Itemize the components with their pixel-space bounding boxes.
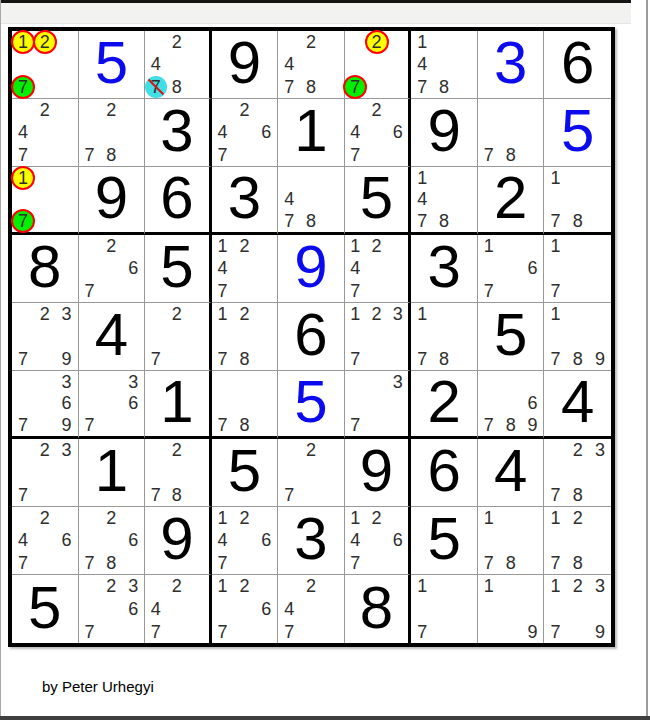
pencil-slot-9: 9 xyxy=(56,348,78,370)
pencil-slot-6: 6 xyxy=(122,393,144,415)
pencil-slot-3 xyxy=(322,575,344,598)
candidate-4: 4 xyxy=(18,531,28,549)
pencil-slot-5 xyxy=(433,53,455,75)
candidate-2: 2 xyxy=(306,441,316,459)
pencil-slot-8: 8 xyxy=(500,414,522,436)
candidate-4: 4 xyxy=(284,55,294,73)
pencil-slot-5 xyxy=(567,461,589,483)
cell-r8c6[interactable]: 12467 xyxy=(345,507,412,575)
cell-r2c4[interactable]: 2467 xyxy=(212,99,279,167)
cell-r5c6[interactable]: 1237 xyxy=(345,303,412,371)
pencil-slot-7: 7 xyxy=(212,144,234,166)
cell-r8c2[interactable]: 2678 xyxy=(79,507,146,575)
cell-r5c2[interactable]: 4 xyxy=(79,303,146,371)
pencil-slot-6: 6 xyxy=(122,257,144,279)
pencil-marks: 27 xyxy=(278,439,344,506)
pencil-slot-3 xyxy=(255,507,277,529)
cell-r5c9[interactable]: 1789 xyxy=(544,303,611,371)
pencil-slot-1: 1 xyxy=(411,167,433,189)
pencil-slot-2: 2 xyxy=(100,99,122,121)
pencil-slot-4 xyxy=(478,121,500,143)
pencil-slot-8: 8 xyxy=(100,552,122,574)
cell-r1c7[interactable]: 1478 xyxy=(411,31,478,99)
pencil-slot-6 xyxy=(387,325,408,347)
pencil-slot-1 xyxy=(212,99,234,121)
pencil-slot-3 xyxy=(56,31,78,53)
pencil-slot-2 xyxy=(433,167,455,189)
pencil-slot-8 xyxy=(34,210,56,232)
candidate-7: 7 xyxy=(551,212,561,230)
pencil-marks: 1247 xyxy=(345,235,409,302)
pencil-slot-2 xyxy=(34,167,56,189)
pencil-slot-7: 7 xyxy=(544,210,566,232)
pencil-slot-2 xyxy=(433,303,455,325)
pencil-slot-7: 7 xyxy=(478,280,500,302)
pencil-slot-4: 4 xyxy=(411,189,433,211)
pencil-slot-9 xyxy=(522,280,544,302)
cell-r3c1[interactable]: 17 xyxy=(12,167,79,235)
cell-r6c3[interactable]: 1 xyxy=(145,371,212,439)
candidate-1: 1 xyxy=(218,577,228,595)
cell-r2c1[interactable]: 247 xyxy=(12,99,79,167)
pencil-slot-4: 4 xyxy=(278,598,300,621)
pencil-slot-7: 7 xyxy=(411,76,433,98)
candidate-1: 1 xyxy=(551,169,561,187)
pencil-slot-5 xyxy=(166,53,187,75)
cell-r6c7[interactable]: 2 xyxy=(411,371,478,439)
cell-r3c3[interactable]: 6 xyxy=(145,167,212,235)
pencil-slot-8: 8 xyxy=(234,414,256,436)
pencil-slot-1: 1 xyxy=(212,507,234,529)
pencil-slot-2: 2 xyxy=(366,303,387,325)
cell-r6c5[interactable]: 5 xyxy=(278,371,345,439)
pencil-slot-9: 9 xyxy=(589,348,611,370)
candidate-2: 2 xyxy=(40,101,50,119)
pencil-slot-1: 1 xyxy=(544,303,566,325)
given-digit: 9 xyxy=(212,31,278,98)
pencil-slot-3 xyxy=(455,303,477,325)
cell-r1c1[interactable]: 127 xyxy=(12,31,79,99)
pencil-marks: 2467 xyxy=(12,507,78,574)
solved-digit: 5 xyxy=(79,31,145,98)
pencil-slot-5 xyxy=(500,393,522,415)
cell-r2c7[interactable]: 9 xyxy=(411,99,478,167)
pencil-slot-8: 8 xyxy=(433,210,455,232)
pencil-slot-9 xyxy=(255,144,277,166)
cell-r3c2[interactable]: 9 xyxy=(79,167,146,235)
given-digit: 9 xyxy=(345,439,409,506)
pencil-slot-4: 4 xyxy=(345,121,366,143)
given-digit: 2 xyxy=(478,167,544,232)
pencil-slot-2 xyxy=(500,575,522,598)
pencil-slot-5 xyxy=(500,121,522,143)
cell-r4c9[interactable]: 17 xyxy=(544,235,611,303)
pencil-slot-6 xyxy=(522,529,544,551)
candidate-2: 2 xyxy=(106,101,116,119)
candidate-2: 2 xyxy=(172,305,182,323)
pencil-marks: 27 xyxy=(345,31,409,98)
given-digit: 9 xyxy=(79,167,145,232)
pencil-slot-5 xyxy=(100,257,122,279)
pencil-slot-8 xyxy=(34,484,56,506)
pencil-slot-1 xyxy=(79,371,101,393)
pencil-slot-3 xyxy=(255,99,277,121)
solved-digit: 3 xyxy=(478,31,544,98)
pencil-slot-7: 7 xyxy=(411,620,433,643)
pencil-slot-8 xyxy=(366,76,387,98)
pencil-slot-8 xyxy=(34,414,56,436)
pencil-slot-6 xyxy=(56,325,78,347)
cell-r7c1[interactable]: 237 xyxy=(12,439,79,507)
pencil-slot-1: 1 xyxy=(411,575,433,598)
pencil-slot-6 xyxy=(322,598,344,621)
cell-r7c9[interactable]: 2378 xyxy=(544,439,611,507)
candidate-4: 4 xyxy=(151,55,161,73)
candidate-1: 1 xyxy=(417,33,427,51)
pencil-marks: 2478 xyxy=(145,31,209,98)
pencil-slot-8: 8 xyxy=(500,552,522,574)
pencil-slot-4 xyxy=(544,529,566,551)
pencil-slot-4 xyxy=(478,598,500,621)
pencil-slot-2 xyxy=(300,167,322,189)
cell-r1c2[interactable]: 5 xyxy=(79,31,146,99)
cell-r4c5[interactable]: 9 xyxy=(278,235,345,303)
pencil-slot-1: 1 xyxy=(544,167,566,189)
cell-r4c6[interactable]: 1247 xyxy=(345,235,412,303)
candidate-7: 7 xyxy=(484,554,494,572)
pencil-slot-4 xyxy=(212,393,234,415)
cell-r1c4[interactable]: 9 xyxy=(212,31,279,99)
candidate-2: 2 xyxy=(573,577,583,595)
cell-r9c2[interactable]: 2367 xyxy=(79,575,146,643)
cell-r7c4[interactable]: 5 xyxy=(212,439,279,507)
pencil-slot-2: 2 xyxy=(234,235,256,257)
candidate-6: 6 xyxy=(261,600,271,618)
cell-r2c9[interactable]: 5 xyxy=(544,99,611,167)
cell-r6c9[interactable]: 4 xyxy=(544,371,611,439)
pencil-slot-3 xyxy=(387,507,408,529)
pencil-slot-9 xyxy=(255,348,277,370)
pencil-slot-5 xyxy=(433,325,455,347)
candidate-7: 7 xyxy=(151,623,161,641)
given-digit: 6 xyxy=(544,31,611,98)
cell-r2c8[interactable]: 78 xyxy=(478,99,545,167)
candidate-9: 9 xyxy=(527,416,537,434)
pencil-slot-6 xyxy=(187,325,208,347)
given-digit: 6 xyxy=(411,439,477,506)
pencil-slot-6 xyxy=(322,53,344,75)
candidate-7: 7 xyxy=(18,416,28,434)
pencil-slot-6 xyxy=(455,53,477,75)
pencil-slot-8 xyxy=(234,552,256,574)
pencil-slot-7 xyxy=(478,620,500,643)
cell-r7c5[interactable]: 27 xyxy=(278,439,345,507)
pencil-slot-8 xyxy=(166,620,187,643)
cell-r3c7[interactable]: 1478 xyxy=(411,167,478,235)
candidate-6: 6 xyxy=(62,531,72,549)
pencil-marks: 278 xyxy=(79,99,145,166)
cell-r9c4[interactable]: 1267 xyxy=(212,575,279,643)
given-digit: 5 xyxy=(478,303,544,370)
cell-r4c4[interactable]: 1247 xyxy=(212,235,279,303)
pencil-slot-7: 7 xyxy=(345,76,366,98)
candidate-7: 7 xyxy=(350,350,360,368)
pencil-slot-3 xyxy=(255,371,277,393)
pencil-slot-3: 3 xyxy=(589,575,611,598)
pencil-slot-6 xyxy=(322,189,344,211)
pencil-slot-4 xyxy=(345,325,366,347)
cell-r7c7[interactable]: 6 xyxy=(411,439,478,507)
pencil-slot-3: 3 xyxy=(387,303,408,325)
candidate-2: 2 xyxy=(40,509,50,527)
pencil-slot-1 xyxy=(278,439,300,461)
cell-r4c7[interactable]: 3 xyxy=(411,235,478,303)
pencil-slot-9 xyxy=(322,210,344,232)
cell-r6c6[interactable]: 37 xyxy=(345,371,412,439)
candidate-7: 7 xyxy=(218,350,228,368)
cell-r9c8[interactable]: 19 xyxy=(478,575,545,643)
pencil-slot-2 xyxy=(500,235,522,257)
pencil-slot-4: 4 xyxy=(345,257,366,279)
candidate-4: 4 xyxy=(350,123,360,141)
pencil-slot-6: 6 xyxy=(522,393,544,415)
pencil-slot-5 xyxy=(567,189,589,211)
cell-r7c8[interactable]: 4 xyxy=(478,439,545,507)
pencil-slot-6: 6 xyxy=(387,529,408,551)
pencil-slot-8 xyxy=(300,620,322,643)
candidate-7: 7 xyxy=(551,623,561,641)
cell-r1c8[interactable]: 3 xyxy=(478,31,545,99)
cell-r3c5[interactable]: 478 xyxy=(278,167,345,235)
pencil-slot-9 xyxy=(455,348,477,370)
cell-r2c6[interactable]: 2467 xyxy=(345,99,412,167)
pencil-slot-3 xyxy=(387,235,408,257)
pencil-slot-8 xyxy=(34,552,56,574)
cell-r7c3[interactable]: 278 xyxy=(145,439,212,507)
cell-r5c3[interactable]: 27 xyxy=(145,303,212,371)
cell-r8c7[interactable]: 5 xyxy=(411,507,478,575)
cell-r2c5[interactable]: 1 xyxy=(278,99,345,167)
pencil-slot-7: 7 xyxy=(145,620,166,643)
cell-r3c4[interactable]: 3 xyxy=(212,167,279,235)
candidate-7: 7 xyxy=(551,350,561,368)
cell-r9c1[interactable]: 5 xyxy=(12,575,79,643)
pencil-slot-2: 2 xyxy=(366,99,387,121)
cell-r6c8[interactable]: 6789 xyxy=(478,371,545,439)
candidate-3: 3 xyxy=(595,441,605,459)
pencil-slot-6 xyxy=(255,393,277,415)
cell-r4c3[interactable]: 5 xyxy=(145,235,212,303)
candidate-7: 7 xyxy=(417,212,427,230)
candidate-1: 1 xyxy=(218,509,228,527)
pencil-slot-3 xyxy=(387,31,408,53)
cell-r1c6[interactable]: 27 xyxy=(345,31,412,99)
pencil-slot-7: 7 xyxy=(345,348,366,370)
candidate-7: 7 xyxy=(484,416,494,434)
pencil-marks: 247 xyxy=(145,575,209,643)
pencil-slot-6 xyxy=(387,393,408,415)
cell-r8c9[interactable]: 1278 xyxy=(544,507,611,575)
pencil-slot-3: 3 xyxy=(56,303,78,325)
pencil-slot-4 xyxy=(79,257,101,279)
candidate-1: 1 xyxy=(350,305,360,323)
pencil-slot-7: 7 xyxy=(345,144,366,166)
pencil-slot-1 xyxy=(79,99,101,121)
pencil-slot-4 xyxy=(145,325,166,347)
pencil-slot-4: 4 xyxy=(12,121,34,143)
cell-r9c9[interactable]: 12379 xyxy=(544,575,611,643)
cell-r6c2[interactable]: 367 xyxy=(79,371,146,439)
cell-r4c1[interactable]: 8 xyxy=(12,235,79,303)
cell-r8c8[interactable]: 178 xyxy=(478,507,545,575)
candidate-9: 9 xyxy=(595,350,605,368)
pencil-slot-9 xyxy=(387,348,408,370)
pencil-marks: 167 xyxy=(478,235,544,302)
pencil-slot-1: 1 xyxy=(12,167,34,189)
pencil-slot-5 xyxy=(100,121,122,143)
pencil-slot-1 xyxy=(544,439,566,461)
cell-r8c4[interactable]: 12467 xyxy=(212,507,279,575)
candidate-1: 1 xyxy=(350,509,360,527)
candidate-8: 8 xyxy=(573,212,583,230)
pencil-slot-6: 6 xyxy=(122,598,144,621)
pencil-slot-5 xyxy=(366,257,387,279)
pencil-slot-5 xyxy=(300,189,322,211)
candidate-7: 7 xyxy=(18,146,28,164)
candidate-8: 8 xyxy=(573,486,583,504)
pencil-slot-7: 7 xyxy=(79,144,101,166)
candidate-1: 1 xyxy=(551,305,561,323)
cell-r4c8[interactable]: 167 xyxy=(478,235,545,303)
pencil-slot-2: 2 xyxy=(366,235,387,257)
pencil-slot-4 xyxy=(12,393,34,415)
cell-r9c3[interactable]: 247 xyxy=(145,575,212,643)
cell-r9c5[interactable]: 247 xyxy=(278,575,345,643)
candidate-4: 4 xyxy=(417,190,427,208)
cell-r5c8[interactable]: 5 xyxy=(478,303,545,371)
cell-r9c7[interactable]: 17 xyxy=(411,575,478,643)
pencil-slot-9 xyxy=(455,620,477,643)
pencil-slot-3 xyxy=(322,439,344,461)
candidate-2: 2 xyxy=(573,509,583,527)
cell-r1c3[interactable]: 2478 xyxy=(145,31,212,99)
candidate-1: 1 xyxy=(417,169,427,187)
cell-r6c4[interactable]: 78 xyxy=(212,371,279,439)
cell-r5c1[interactable]: 2379 xyxy=(12,303,79,371)
cell-r9c6[interactable]: 8 xyxy=(345,575,412,643)
cell-r5c5[interactable]: 6 xyxy=(278,303,345,371)
candidate-6: 6 xyxy=(261,531,271,549)
candidate-2: 2 xyxy=(172,33,182,51)
cell-r5c4[interactable]: 1278 xyxy=(212,303,279,371)
cell-r8c1[interactable]: 2467 xyxy=(12,507,79,575)
cell-r8c5[interactable]: 3 xyxy=(278,507,345,575)
pencil-marks: 478 xyxy=(278,167,344,232)
pencil-slot-9 xyxy=(255,414,277,436)
pencil-slot-2: 2 xyxy=(234,303,256,325)
candidate-7: 7 xyxy=(417,350,427,368)
candidate-7: 7 xyxy=(484,146,494,164)
pencil-slot-4 xyxy=(544,598,566,621)
pencil-slot-3 xyxy=(255,235,277,257)
pencil-slot-2 xyxy=(567,167,589,189)
given-digit: 3 xyxy=(145,99,209,166)
pencil-slot-8 xyxy=(100,280,122,302)
candidate-7: 7 xyxy=(151,486,161,504)
window-left-border xyxy=(0,0,1,716)
pencil-slot-6 xyxy=(522,121,544,143)
cell-r3c8[interactable]: 2 xyxy=(478,167,545,235)
given-digit: 1 xyxy=(145,371,209,436)
pencil-slot-7: 7 xyxy=(212,348,234,370)
pencil-slot-3 xyxy=(455,167,477,189)
candidate-7: 7 xyxy=(18,212,28,230)
candidate-4: 4 xyxy=(350,531,360,549)
pencil-slot-6 xyxy=(255,257,277,279)
pencil-marks: 178 xyxy=(478,507,544,574)
given-digit: 5 xyxy=(411,507,477,574)
pencil-slot-1 xyxy=(345,371,366,393)
pencil-slot-9 xyxy=(187,76,208,98)
cell-r7c2[interactable]: 1 xyxy=(79,439,146,507)
cell-r1c9[interactable]: 6 xyxy=(544,31,611,99)
pencil-slot-1 xyxy=(478,99,500,121)
cell-r3c9[interactable]: 178 xyxy=(544,167,611,235)
cell-r1c5[interactable]: 2478 xyxy=(278,31,345,99)
pencil-slot-2: 2 xyxy=(166,575,187,598)
pencil-slot-9 xyxy=(56,76,78,98)
cell-r5c7[interactable]: 178 xyxy=(411,303,478,371)
pencil-slot-5 xyxy=(300,598,322,621)
candidate-4: 4 xyxy=(218,123,228,141)
pencil-slot-8: 8 xyxy=(300,76,322,98)
pencil-slot-3: 3 xyxy=(122,371,144,393)
pencil-slot-4 xyxy=(212,598,234,621)
cell-r2c2[interactable]: 278 xyxy=(79,99,146,167)
pencil-slot-7: 7 xyxy=(79,280,101,302)
pencil-slot-7: 7 xyxy=(12,76,34,98)
pencil-slot-9 xyxy=(589,210,611,232)
candidate-1: 1 xyxy=(417,577,427,595)
candidate-4: 4 xyxy=(218,259,228,277)
pencil-slot-2 xyxy=(34,371,56,393)
cell-r2c3[interactable]: 3 xyxy=(145,99,212,167)
pencil-slot-1 xyxy=(12,439,34,461)
cell-r4c2[interactable]: 267 xyxy=(79,235,146,303)
given-digit: 3 xyxy=(278,507,344,574)
cell-r7c6[interactable]: 9 xyxy=(345,439,412,507)
pencil-slot-2: 2 xyxy=(34,439,56,461)
pencil-slot-4: 4 xyxy=(278,53,300,75)
pencil-slot-6 xyxy=(187,461,208,483)
given-digit: 9 xyxy=(411,99,477,166)
pencil-slot-1 xyxy=(12,99,34,121)
pencil-slot-2: 2 xyxy=(34,507,56,529)
cell-r8c3[interactable]: 9 xyxy=(145,507,212,575)
pencil-slot-2 xyxy=(433,31,455,53)
cell-r3c6[interactable]: 5 xyxy=(345,167,412,235)
pencil-marks: 12467 xyxy=(212,507,278,574)
candidate-7: 7 xyxy=(350,282,360,300)
pencil-slot-5 xyxy=(567,257,589,279)
candidate-8: 8 xyxy=(439,78,449,96)
candidate-2: 2 xyxy=(306,577,316,595)
pencil-slot-8 xyxy=(100,414,122,436)
pencil-marks: 78 xyxy=(478,99,544,166)
cell-r6c1[interactable]: 3679 xyxy=(12,371,79,439)
pencil-slot-1: 1 xyxy=(212,575,234,598)
pencil-slot-8: 8 xyxy=(567,210,589,232)
